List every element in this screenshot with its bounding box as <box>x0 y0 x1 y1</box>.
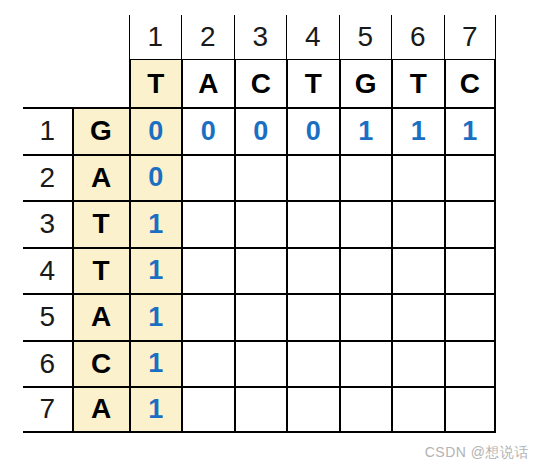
cell-r6c6 <box>391 340 444 387</box>
col-index-2: 2 <box>181 15 234 60</box>
cell-r1c2: 0 <box>181 107 234 154</box>
cell-r2c2 <box>181 154 234 201</box>
row-index-1: 1 <box>23 107 72 154</box>
col-index-3: 3 <box>234 15 287 60</box>
cell-r6c3 <box>234 340 287 387</box>
cell-r5c6 <box>391 293 444 340</box>
cell-r7c4 <box>286 386 339 433</box>
cell-r3c7 <box>444 200 497 247</box>
cell-r1c7: 1 <box>444 107 497 154</box>
row-index-4: 4 <box>23 247 72 294</box>
row-index-5: 5 <box>23 293 72 340</box>
cell-r1c4: 0 <box>286 107 339 154</box>
cell-r4c1: 1 <box>129 247 182 294</box>
col-letter-4: T <box>286 60 339 107</box>
row-letter-1: G <box>72 107 129 154</box>
col-letter-7: C <box>444 60 497 107</box>
cell-r7c7 <box>444 386 497 433</box>
cell-r2c5 <box>339 154 392 201</box>
cell-r4c2 <box>181 247 234 294</box>
col-index-7: 7 <box>444 15 497 60</box>
cell-r6c5 <box>339 340 392 387</box>
cell-r2c4 <box>286 154 339 201</box>
cell-r5c2 <box>181 293 234 340</box>
col-letter-1: T <box>129 60 182 107</box>
watermark: CSDN @想说话 <box>425 444 529 462</box>
dp-table: 1234567TACTGTC1G00001112A03T14T15A16C17A… <box>23 15 496 433</box>
cell-r2c3 <box>234 154 287 201</box>
cell-r1c5: 1 <box>339 107 392 154</box>
cell-r4c3 <box>234 247 287 294</box>
cell-r7c5 <box>339 386 392 433</box>
cell-r4c4 <box>286 247 339 294</box>
row-index-6: 6 <box>23 340 72 387</box>
col-letter-2: A <box>181 60 234 107</box>
cell-r5c1: 1 <box>129 293 182 340</box>
cell-r4c7 <box>444 247 497 294</box>
cell-r7c2 <box>181 386 234 433</box>
cell-r6c2 <box>181 340 234 387</box>
col-index-1: 1 <box>129 15 182 60</box>
cell-r2c6 <box>391 154 444 201</box>
cell-r3c4 <box>286 200 339 247</box>
cell-r4c5 <box>339 247 392 294</box>
cell-r3c1: 1 <box>129 200 182 247</box>
row-index-7: 7 <box>23 386 72 433</box>
cell-r2c7 <box>444 154 497 201</box>
row-letter-7: A <box>72 386 129 433</box>
page: 1234567TACTGTC1G00001112A03T14T15A16C17A… <box>0 0 535 470</box>
col-letter-6: T <box>391 60 444 107</box>
cell-r2c1: 0 <box>129 154 182 201</box>
col-letter-5: G <box>339 60 392 107</box>
row-letter-3: T <box>72 200 129 247</box>
col-letter-3: C <box>234 60 287 107</box>
cell-r7c3 <box>234 386 287 433</box>
col-index-6: 6 <box>391 15 444 60</box>
row-letter-2: A <box>72 154 129 201</box>
cell-r5c4 <box>286 293 339 340</box>
cell-r5c7 <box>444 293 497 340</box>
cell-r1c1: 0 <box>129 107 182 154</box>
cell-r7c6 <box>391 386 444 433</box>
col-index-5: 5 <box>339 15 392 60</box>
cell-r3c3 <box>234 200 287 247</box>
cell-r6c1: 1 <box>129 340 182 387</box>
cell-r6c4 <box>286 340 339 387</box>
row-letter-4: T <box>72 247 129 294</box>
row-index-2: 2 <box>23 154 72 201</box>
cell-r5c3 <box>234 293 287 340</box>
cell-r1c6: 1 <box>391 107 444 154</box>
corner-blank <box>23 15 129 107</box>
row-letter-5: A <box>72 293 129 340</box>
cell-r3c2 <box>181 200 234 247</box>
col-index-4: 4 <box>286 15 339 60</box>
cell-r5c5 <box>339 293 392 340</box>
cell-r6c7 <box>444 340 497 387</box>
cell-r3c5 <box>339 200 392 247</box>
row-index-3: 3 <box>23 200 72 247</box>
cell-r4c6 <box>391 247 444 294</box>
cell-r1c3: 0 <box>234 107 287 154</box>
row-letter-6: C <box>72 340 129 387</box>
cell-r7c1: 1 <box>129 386 182 433</box>
cell-r3c6 <box>391 200 444 247</box>
